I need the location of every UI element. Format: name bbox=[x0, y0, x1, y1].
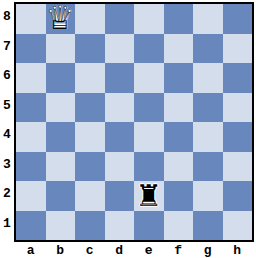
square-b8[interactable]: ♛♕ bbox=[46, 4, 76, 34]
square-d1[interactable] bbox=[105, 211, 135, 241]
file-label-g: g bbox=[193, 242, 223, 258]
square-g3[interactable] bbox=[193, 152, 223, 182]
rank-labels: 87654321 bbox=[0, 2, 14, 242]
square-c3[interactable] bbox=[75, 152, 105, 182]
rank-label-4: 4 bbox=[0, 120, 14, 150]
square-e7[interactable] bbox=[134, 34, 164, 64]
square-a8[interactable] bbox=[16, 4, 46, 34]
file-labels: abcdefgh bbox=[16, 242, 252, 258]
file-label-f: f bbox=[164, 242, 194, 258]
square-a5[interactable] bbox=[16, 93, 46, 123]
square-a3[interactable] bbox=[16, 152, 46, 182]
square-a7[interactable] bbox=[16, 34, 46, 64]
square-f7[interactable] bbox=[164, 34, 194, 64]
square-b3[interactable] bbox=[46, 152, 76, 182]
file-label-c: c bbox=[75, 242, 105, 258]
square-g5[interactable] bbox=[193, 93, 223, 123]
square-a6[interactable] bbox=[16, 63, 46, 93]
square-f5[interactable] bbox=[164, 93, 194, 123]
square-d3[interactable] bbox=[105, 152, 135, 182]
square-d7[interactable] bbox=[105, 34, 135, 64]
square-f3[interactable] bbox=[164, 152, 194, 182]
square-d5[interactable] bbox=[105, 93, 135, 123]
square-f8[interactable] bbox=[164, 4, 194, 34]
square-e2[interactable]: ♜ bbox=[134, 181, 164, 211]
square-f4[interactable] bbox=[164, 122, 194, 152]
square-h8[interactable] bbox=[223, 4, 253, 34]
square-f1[interactable] bbox=[164, 211, 194, 241]
square-c6[interactable] bbox=[75, 63, 105, 93]
square-c5[interactable] bbox=[75, 93, 105, 123]
file-label-b: b bbox=[46, 242, 76, 258]
square-b1[interactable] bbox=[46, 211, 76, 241]
square-g8[interactable] bbox=[193, 4, 223, 34]
file-label-d: d bbox=[105, 242, 135, 258]
square-h3[interactable] bbox=[223, 152, 253, 182]
file-label-e: e bbox=[134, 242, 164, 258]
rank-label-2: 2 bbox=[0, 179, 14, 209]
square-g1[interactable] bbox=[193, 211, 223, 241]
square-b4[interactable] bbox=[46, 122, 76, 152]
white-queen[interactable]: ♛♕ bbox=[46, 4, 76, 34]
square-a2[interactable] bbox=[16, 181, 46, 211]
square-d4[interactable] bbox=[105, 122, 135, 152]
square-c2[interactable] bbox=[75, 181, 105, 211]
square-h7[interactable] bbox=[223, 34, 253, 64]
square-g4[interactable] bbox=[193, 122, 223, 152]
square-a4[interactable] bbox=[16, 122, 46, 152]
file-label-a: a bbox=[16, 242, 46, 258]
square-b5[interactable] bbox=[46, 93, 76, 123]
square-c7[interactable] bbox=[75, 34, 105, 64]
file-label-h: h bbox=[223, 242, 253, 258]
square-d6[interactable] bbox=[105, 63, 135, 93]
square-c8[interactable] bbox=[75, 4, 105, 34]
square-c4[interactable] bbox=[75, 122, 105, 152]
rank-label-8: 8 bbox=[0, 2, 14, 32]
square-h1[interactable] bbox=[223, 211, 253, 241]
square-f6[interactable] bbox=[164, 63, 194, 93]
rank-label-7: 7 bbox=[0, 32, 14, 62]
square-e5[interactable] bbox=[134, 93, 164, 123]
black-rook[interactable]: ♜ bbox=[134, 181, 164, 211]
square-c1[interactable] bbox=[75, 211, 105, 241]
square-g6[interactable] bbox=[193, 63, 223, 93]
square-g2[interactable] bbox=[193, 181, 223, 211]
square-h4[interactable] bbox=[223, 122, 253, 152]
rank-label-3: 3 bbox=[0, 150, 14, 180]
square-h2[interactable] bbox=[223, 181, 253, 211]
board: ♛♕♜ bbox=[14, 2, 254, 242]
rank-label-6: 6 bbox=[0, 61, 14, 91]
square-e8[interactable] bbox=[134, 4, 164, 34]
square-d8[interactable] bbox=[105, 4, 135, 34]
square-h5[interactable] bbox=[223, 93, 253, 123]
square-h6[interactable] bbox=[223, 63, 253, 93]
square-g7[interactable] bbox=[193, 34, 223, 64]
square-b7[interactable] bbox=[46, 34, 76, 64]
square-f2[interactable] bbox=[164, 181, 194, 211]
square-e4[interactable] bbox=[134, 122, 164, 152]
rank-label-1: 1 bbox=[0, 209, 14, 239]
square-b2[interactable] bbox=[46, 181, 76, 211]
square-a1[interactable] bbox=[16, 211, 46, 241]
square-e1[interactable] bbox=[134, 211, 164, 241]
square-e3[interactable] bbox=[134, 152, 164, 182]
square-b6[interactable] bbox=[46, 63, 76, 93]
rank-label-5: 5 bbox=[0, 91, 14, 121]
square-d2[interactable] bbox=[105, 181, 135, 211]
chess-diagram: 87654321 ♛♕♜ abcdefgh bbox=[0, 0, 256, 258]
square-e6[interactable] bbox=[134, 63, 164, 93]
